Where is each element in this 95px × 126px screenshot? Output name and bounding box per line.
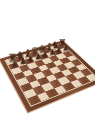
piece-glyph: ♟ [18, 57, 26, 65]
piece-glyph: ♟ [34, 53, 42, 61]
piece-glyph: ♟ [62, 44, 70, 52]
piece-glyph: ♟ [26, 55, 34, 63]
chess-board: ♜♞♝♛♚♝♞♜♟♟♟♟♟♟♟♟ [0, 41, 95, 113]
product-photo: { "game": "chess", "photo": { "descripti… [0, 0, 95, 126]
piece-glyph: ♟ [48, 48, 56, 56]
piece-glyph: ♟ [11, 60, 19, 68]
chess-piece-dark-pawn: ♟ [8, 62, 19, 69]
board-photo-scene: ♜♞♝♛♚♝♞♜♟♟♟♟♟♟♟♟ [0, 0, 95, 126]
